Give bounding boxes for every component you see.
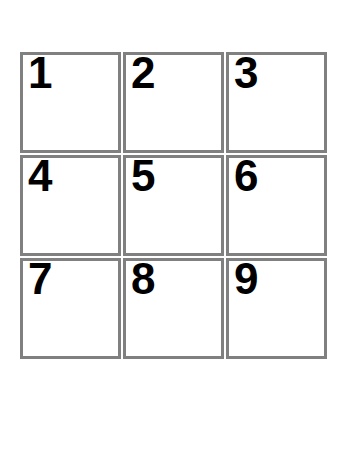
grid-cell-2[interactable]: 2	[123, 52, 224, 153]
cell-number-2: 2	[126, 55, 221, 90]
cell-number-1: 1	[23, 55, 118, 90]
cell-number-5: 5	[126, 158, 221, 193]
numbered-grid-board: 1 2 3 4 5 6 7 8 9	[20, 52, 327, 359]
grid-cell-9[interactable]: 9	[226, 258, 327, 359]
cell-number-8: 8	[126, 261, 221, 296]
grid-cell-5[interactable]: 5	[123, 155, 224, 256]
cell-number-7: 7	[23, 261, 118, 296]
cell-number-6: 6	[229, 158, 324, 193]
cell-number-9: 9	[229, 261, 324, 296]
grid-cell-6[interactable]: 6	[226, 155, 327, 256]
grid-cell-3[interactable]: 3	[226, 52, 327, 153]
grid-cell-1[interactable]: 1	[20, 52, 121, 153]
grid-cell-8[interactable]: 8	[123, 258, 224, 359]
cell-number-4: 4	[23, 158, 118, 193]
cell-number-3: 3	[229, 55, 324, 90]
grid-cell-7[interactable]: 7	[20, 258, 121, 359]
grid-cell-4[interactable]: 4	[20, 155, 121, 256]
